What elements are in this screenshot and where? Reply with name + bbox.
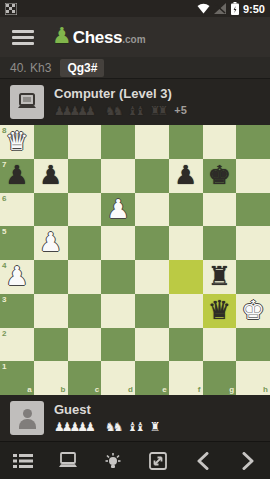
square-e1[interactable]: e [135, 361, 169, 395]
top-captured-pieces: ♟♟♟♟♟♞♞♝♝♜♜ +5 [54, 103, 187, 117]
square-a5[interactable]: 5 [0, 226, 34, 260]
rank-label-5: 5 [2, 228, 6, 236]
computer-avatar [10, 85, 44, 119]
chess-board: 8♛7♟♟♟♚6♟5♟4♟♜3♛♚21abcdefgh [0, 125, 270, 395]
captured-groups-top: ♟♟♟♟♟♞♞♝♝♜♜ [54, 101, 172, 119]
move-list-bar: 40. Kh3 Qg3# [0, 57, 270, 79]
laptop-icon [16, 92, 38, 112]
move-list-button[interactable] [0, 442, 45, 479]
square-e3[interactable] [135, 294, 169, 328]
square-f1[interactable]: f [169, 361, 203, 395]
square-b2[interactable] [34, 328, 68, 362]
top-player-bar: Computer (Level 3) ♟♟♟♟♟♞♞♝♝♜♜ +5 [0, 79, 270, 125]
guest-avatar [10, 401, 44, 435]
square-b8[interactable] [34, 125, 68, 159]
square-h5[interactable] [236, 226, 270, 260]
square-c4[interactable] [68, 260, 102, 294]
square-b7[interactable]: ♟ [34, 159, 68, 193]
chess-app-screen: 9:50 ♟ Chess .com 40. Kh3 Qg3# Computer … [0, 0, 270, 479]
chessboard-notification-icon [5, 3, 17, 15]
square-g1[interactable]: g [203, 361, 237, 395]
flip-board-button[interactable] [135, 442, 180, 479]
square-e5[interactable] [135, 226, 169, 260]
file-label-a: a [27, 386, 31, 394]
black-pawn: ♟ [0, 159, 34, 192]
black-rook: ♜ [203, 260, 237, 293]
square-c7[interactable] [68, 159, 102, 193]
square-h4[interactable] [236, 260, 270, 294]
square-e4[interactable] [135, 260, 169, 294]
file-label-f: f [198, 386, 201, 394]
square-a1[interactable]: 1a [0, 361, 34, 395]
captured-rooks: ♜ [150, 420, 158, 434]
square-a3[interactable]: 3 [0, 294, 34, 328]
file-label-e: e [162, 386, 166, 394]
battery-charging-icon [231, 2, 239, 15]
captured-bishops: ♝♝ [127, 104, 143, 118]
rank-label-7: 7 [2, 161, 6, 169]
square-c3[interactable] [68, 294, 102, 328]
captured-knights: ♞♞ [105, 420, 121, 434]
square-f6[interactable] [169, 193, 203, 227]
file-label-c: c [95, 386, 99, 394]
white-move-label[interactable]: 40. Kh3 [10, 61, 51, 75]
person-icon [16, 407, 38, 429]
file-label-g: g [229, 386, 234, 394]
material-score: +5 [174, 104, 187, 116]
square-b5[interactable]: ♟ [34, 226, 68, 260]
black-move-chip[interactable]: Qg3# [60, 59, 104, 77]
rank-label-3: 3 [2, 296, 6, 304]
square-d6[interactable]: ♟ [101, 193, 135, 227]
computer-button[interactable] [45, 442, 90, 479]
square-h1[interactable]: h [236, 361, 270, 395]
menu-button[interactable] [12, 27, 34, 48]
square-c2[interactable] [68, 328, 102, 362]
rank-label-2: 2 [2, 330, 6, 338]
rank-label-8: 8 [2, 127, 6, 135]
square-h6[interactable] [236, 193, 270, 227]
captured-knights: ♞♞ [105, 104, 121, 118]
square-g7[interactable]: ♚ [203, 159, 237, 193]
square-f7[interactable]: ♟ [169, 159, 203, 193]
square-g6[interactable] [203, 193, 237, 227]
square-f2[interactable] [169, 328, 203, 362]
square-d5[interactable] [101, 226, 135, 260]
black-queen: ♛ [203, 294, 237, 327]
square-c6[interactable] [68, 193, 102, 227]
square-c8[interactable] [68, 125, 102, 159]
square-f8[interactable] [169, 125, 203, 159]
file-label-h: h [263, 386, 268, 394]
captured-pawns: ♟♟♟♟♟ [54, 104, 93, 118]
square-d2[interactable] [101, 328, 135, 362]
back-button[interactable] [180, 442, 225, 479]
square-f4[interactable] [169, 260, 203, 294]
wifi-icon [197, 3, 210, 14]
square-a6[interactable]: 6 [0, 193, 34, 227]
file-label-d: d [128, 386, 133, 394]
rank-label-4: 4 [2, 262, 6, 270]
square-g4[interactable]: ♜ [203, 260, 237, 294]
chesscom-logo[interactable]: ♟ Chess .com [52, 26, 146, 48]
square-b1[interactable]: b [34, 361, 68, 395]
logo-suffix: .com [122, 34, 145, 45]
square-d7[interactable] [101, 159, 135, 193]
square-e7[interactable] [135, 159, 169, 193]
status-bar: 9:50 [0, 0, 270, 17]
captured-pawns: ♟♟♟♟♟ [54, 420, 93, 434]
black-pawn: ♟ [34, 159, 68, 192]
bottom-player-bar: Guest ♟♟♟♟♟♞♞♝♝♜ [0, 395, 270, 441]
captured-groups-bottom: ♟♟♟♟♟♞♞♝♝♜ [54, 417, 165, 435]
square-d1[interactable]: d [101, 361, 135, 395]
app-header: ♟ Chess .com [0, 17, 270, 57]
black-king: ♚ [203, 159, 237, 192]
captured-bishops: ♝♝ [127, 420, 143, 434]
square-c1[interactable]: c [68, 361, 102, 395]
bottom-player-name: Guest [54, 403, 165, 417]
white-king: ♚ [236, 294, 270, 327]
white-pawn: ♟ [34, 226, 68, 259]
square-c5[interactable] [68, 226, 102, 260]
square-b4[interactable] [34, 260, 68, 294]
square-h7[interactable] [236, 159, 270, 193]
bottom-captured-pieces: ♟♟♟♟♟♞♞♝♝♜ [54, 419, 165, 433]
top-player-name: Computer (Level 3) [54, 87, 187, 101]
hint-button[interactable] [90, 442, 135, 479]
black-pawn: ♟ [169, 159, 203, 192]
square-h2[interactable] [236, 328, 270, 362]
square-g8[interactable] [203, 125, 237, 159]
rank-label-6: 6 [2, 195, 6, 203]
square-g5[interactable] [203, 226, 237, 260]
logo-text: Chess [73, 28, 123, 48]
square-h8[interactable] [236, 125, 270, 159]
rank-label-1: 1 [2, 363, 6, 371]
white-pawn: ♟ [0, 260, 34, 293]
logo-pawn-icon: ♟ [52, 26, 72, 46]
square-h3[interactable]: ♚ [236, 294, 270, 328]
square-d8[interactable] [101, 125, 135, 159]
bottom-toolbar [0, 441, 270, 479]
square-e8[interactable] [135, 125, 169, 159]
square-a2[interactable]: 2 [0, 328, 34, 362]
square-b3[interactable] [34, 294, 68, 328]
square-f5[interactable] [169, 226, 203, 260]
square-d3[interactable] [101, 294, 135, 328]
forward-button[interactable] [225, 442, 270, 479]
square-e2[interactable] [135, 328, 169, 362]
white-pawn: ♟ [101, 193, 135, 226]
square-a8[interactable]: 8♛ [0, 125, 34, 159]
square-g2[interactable] [203, 328, 237, 362]
file-label-b: b [61, 386, 66, 394]
square-b6[interactable] [34, 193, 68, 227]
white-queen: ♛ [0, 125, 34, 158]
square-g3[interactable]: ♛ [203, 294, 237, 328]
square-a7[interactable]: 7♟ [0, 159, 34, 193]
square-d4[interactable] [101, 260, 135, 294]
clock-time: 9:50 [243, 3, 265, 15]
cell-signal-off-icon [214, 3, 227, 14]
captured-rooks: ♜♜ [150, 104, 166, 118]
square-e6[interactable] [135, 193, 169, 227]
square-f3[interactable] [169, 294, 203, 328]
square-a4[interactable]: 4♟ [0, 260, 34, 294]
